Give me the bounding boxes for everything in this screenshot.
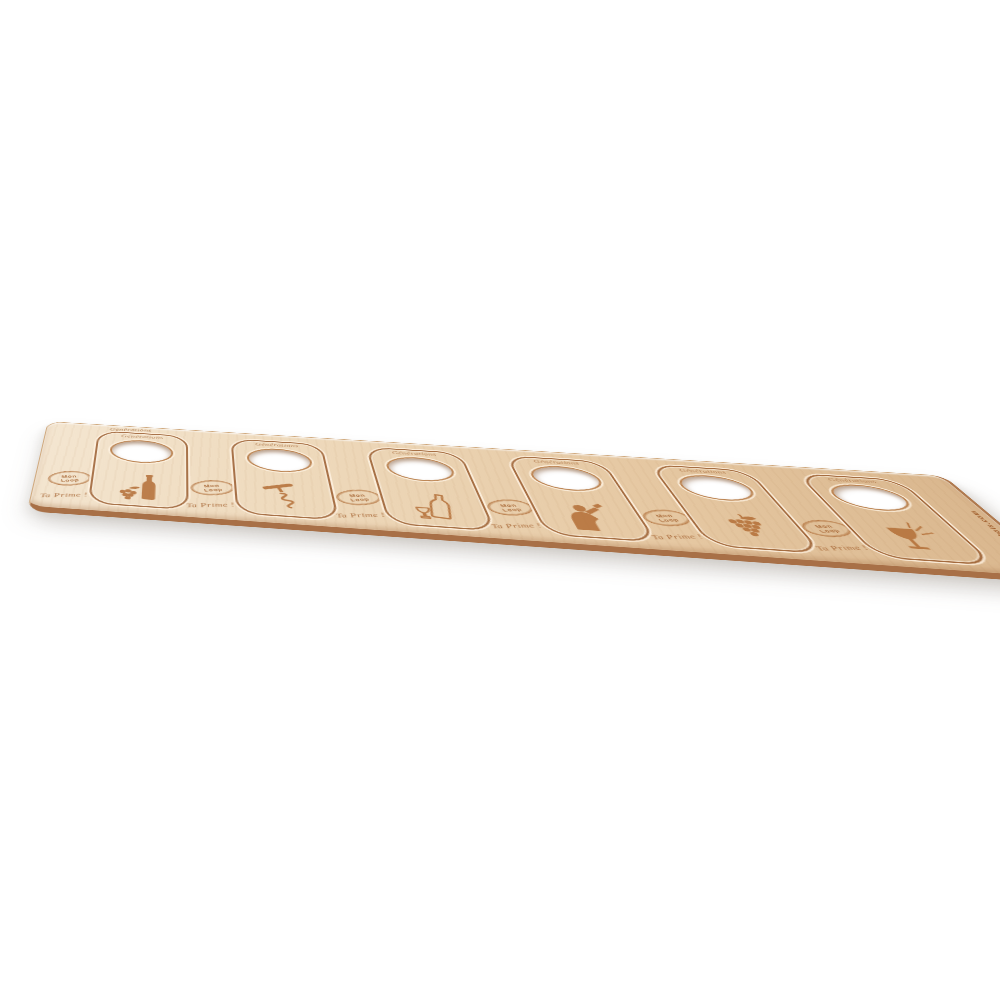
frame-spacer: Mon Loop Ta Prime ! bbox=[191, 434, 236, 515]
wine-bottle-grapes-icon bbox=[109, 470, 167, 504]
tagline-engraving: Ta Prime ! bbox=[813, 544, 871, 552]
stamp-line2: Loop bbox=[350, 497, 371, 502]
tag-slot-2: Mon Loop Ta Prime ! Générations bbox=[191, 434, 344, 522]
wooden-strip: Générations Mon Loop Ta Prime ! Générati… bbox=[27, 421, 1000, 584]
tag-slots: Mon Loop Ta Prime ! Générations bbox=[45, 426, 1000, 568]
hanger-hole bbox=[383, 455, 459, 483]
hanger-hole bbox=[245, 447, 313, 474]
product-photo: Générations Mon Loop Ta Prime ! Générati… bbox=[0, 0, 1000, 1000]
bottle-tag-2: Générations bbox=[230, 439, 340, 521]
bottle-tag-1: Générations bbox=[88, 430, 188, 510]
logo-stamp: Mon Loop bbox=[47, 470, 93, 486]
logo-stamp: Mon Loop bbox=[333, 489, 386, 506]
stamp-line2: Loop bbox=[818, 528, 843, 534]
stamp-line2: Loop bbox=[657, 517, 680, 522]
photo-scene: Générations Mon Loop Ta Prime ! Générati… bbox=[38, 300, 938, 720]
drinking-person-icon bbox=[549, 499, 631, 537]
tagline-engraving: Ta Prime ! bbox=[335, 512, 387, 519]
hanger-hole bbox=[821, 483, 921, 513]
hanger-hole bbox=[671, 473, 762, 502]
tagline-engraving: Ta Prime ! bbox=[185, 502, 235, 509]
tag-slot-1: Mon Loop Ta Prime ! Générations bbox=[45, 426, 192, 512]
tagline-engraving: Ta Prime ! bbox=[490, 522, 544, 529]
wine-glass-icon bbox=[863, 519, 966, 559]
stamp-line2: Loop bbox=[60, 478, 79, 483]
stamp-line2: Loop bbox=[203, 487, 223, 492]
logo-stamp: Mon Loop bbox=[188, 479, 237, 496]
tagline-engraving: Ta Prime ! bbox=[649, 533, 705, 541]
corkscrew-icon bbox=[254, 479, 317, 514]
bottle-glass-icon bbox=[399, 489, 471, 526]
grapes-icon bbox=[704, 509, 796, 548]
tagline-engraving: Ta Prime ! bbox=[40, 492, 88, 499]
hanger-hole bbox=[109, 439, 174, 465]
stamp-line2: Loop bbox=[501, 507, 523, 512]
hanger-hole bbox=[525, 464, 608, 493]
